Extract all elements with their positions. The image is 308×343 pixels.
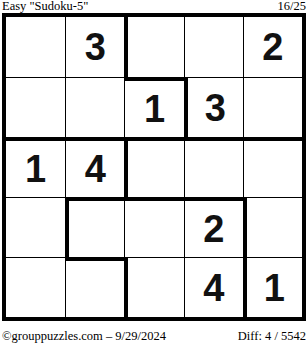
puzzle-page: Easy "Sudoku-5" 16/25 321314241 ©grouppu… xyxy=(0,0,308,343)
cell-r2c1[interactable] xyxy=(6,77,65,137)
cell-r5c1[interactable] xyxy=(6,257,65,317)
cell-r3c5[interactable] xyxy=(243,137,302,197)
given-digit: 1 xyxy=(25,150,46,188)
cell-r1c2: 3 xyxy=(65,17,124,77)
copyright-text: ©grouppuzzles.com – 9/29/2024 xyxy=(2,330,166,343)
cell-r1c5: 2 xyxy=(243,17,302,77)
given-digit: 2 xyxy=(262,28,283,66)
cell-r5c2[interactable] xyxy=(65,257,124,317)
cell-r4c2[interactable] xyxy=(65,197,124,257)
given-digit: 3 xyxy=(85,28,106,66)
cell-r1c4[interactable] xyxy=(184,17,243,77)
header: Easy "Sudoku-5" 16/25 xyxy=(2,0,306,12)
sudoku5-board: 321314241 xyxy=(2,13,306,321)
footer: ©grouppuzzles.com – 9/29/2024 Diff: 4 / … xyxy=(2,330,306,343)
cell-r2c4: 3 xyxy=(184,77,243,137)
cell-r5c5: 1 xyxy=(243,257,302,317)
given-digit: 2 xyxy=(203,210,224,248)
cell-r5c4: 4 xyxy=(184,257,243,317)
cell-r3c2: 4 xyxy=(65,137,124,197)
cell-r2c3: 1 xyxy=(124,77,183,137)
given-digit: 4 xyxy=(203,269,224,307)
cell-r3c1: 1 xyxy=(6,137,65,197)
cell-r4c5[interactable] xyxy=(243,197,302,257)
cell-r4c4: 2 xyxy=(184,197,243,257)
cell-r4c3[interactable] xyxy=(124,197,183,257)
given-digit: 4 xyxy=(85,150,106,188)
puzzle-counter: 16/25 xyxy=(278,0,306,12)
cell-r2c5[interactable] xyxy=(243,77,302,137)
given-digit: 3 xyxy=(205,89,226,127)
puzzle-title: Easy "Sudoku-5" xyxy=(2,0,88,12)
cell-r1c3[interactable] xyxy=(124,17,183,77)
cell-r4c1[interactable] xyxy=(6,197,65,257)
cell-r3c3[interactable] xyxy=(124,137,183,197)
cell-r5c3[interactable] xyxy=(124,257,183,317)
cell-r2c2[interactable] xyxy=(65,77,124,137)
given-digit: 1 xyxy=(144,90,165,128)
cell-r1c1[interactable] xyxy=(6,17,65,77)
difficulty-text: Diff: 4 / 5542 xyxy=(238,330,306,343)
cell-r3c4[interactable] xyxy=(184,137,243,197)
given-digit: 1 xyxy=(264,269,285,307)
